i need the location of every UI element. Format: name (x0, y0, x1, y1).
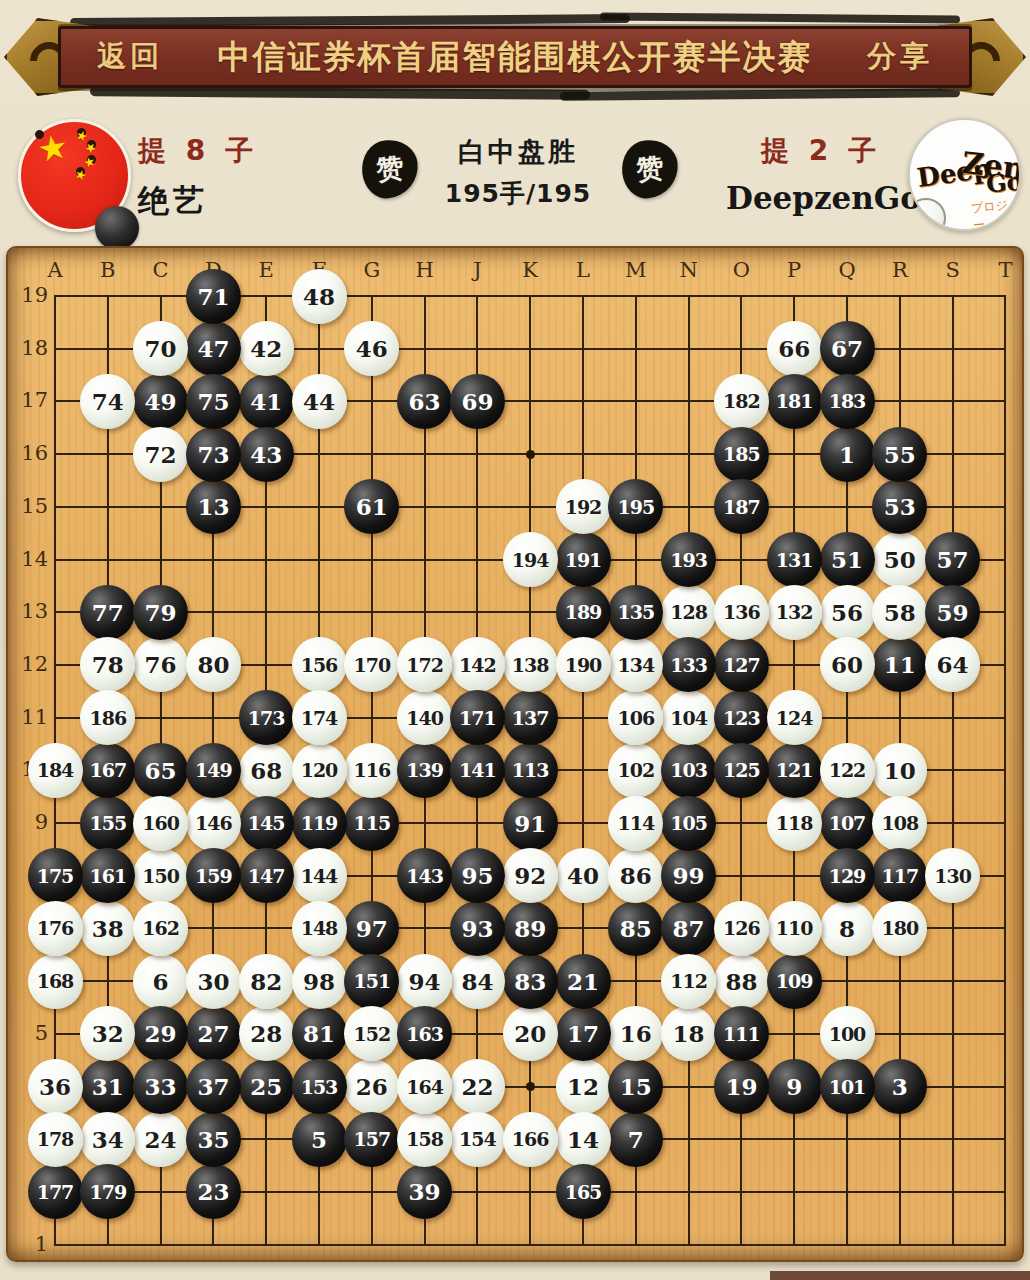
col-label: C (147, 258, 175, 282)
go-stone: 39 (397, 1164, 452, 1219)
white-player-info: 提 2 子 DeepzenGo (726, 132, 916, 216)
move-number: 69 (461, 388, 493, 415)
go-stone: 184 (28, 743, 83, 798)
go-stone: 84 (450, 954, 505, 1009)
move-number: 192 (565, 496, 602, 518)
move-number: 127 (723, 654, 760, 676)
go-stone: 17 (556, 1006, 611, 1061)
banner-bar: 返回 中信证券杯首届智能围棋公开赛半决赛 分享 (58, 26, 972, 88)
move-number: 179 (89, 1181, 126, 1203)
go-stone: 179 (80, 1164, 135, 1219)
go-stone: 106 (608, 690, 663, 745)
go-stone: 61 (344, 479, 399, 534)
go-stone: 114 (608, 796, 663, 851)
go-stone: 93 (450, 901, 505, 956)
move-number: 12 (567, 1073, 599, 1100)
move-number: 108 (881, 812, 918, 834)
move-number: 82 (250, 968, 282, 995)
go-stone: 33 (133, 1059, 188, 1114)
go-stone: 66 (767, 321, 822, 376)
go-stone: 190 (556, 637, 611, 692)
move-number: 122 (829, 759, 866, 781)
go-stone: 73 (186, 427, 241, 482)
move-number: 173 (248, 707, 285, 729)
go-stone: 183 (820, 374, 875, 429)
row-label: 16 (12, 441, 48, 465)
move-number: 103 (670, 759, 707, 781)
move-number: 72 (145, 441, 177, 468)
move-number: 36 (39, 1073, 71, 1100)
go-stone: 89 (503, 901, 558, 956)
row-label: 18 (12, 336, 48, 360)
go-stone: 139 (397, 743, 452, 798)
move-number: 17 (567, 1020, 599, 1047)
go-stone: 137 (503, 690, 558, 745)
go-stone: 175 (28, 848, 83, 903)
go-stone: 101 (820, 1059, 875, 1114)
move-number: 172 (406, 654, 443, 676)
move-number: 100 (829, 1023, 866, 1045)
move-number: 155 (89, 812, 126, 834)
go-stone: 87 (661, 901, 716, 956)
go-stone: 28 (239, 1006, 294, 1061)
go-stone: 122 (820, 743, 875, 798)
move-number: 21 (567, 968, 599, 995)
move-number: 91 (514, 810, 546, 837)
move-number: 3 (892, 1073, 908, 1100)
move-number: 67 (831, 335, 863, 362)
go-stone: 88 (714, 954, 769, 1009)
move-number: 74 (92, 388, 124, 415)
move-number: 154 (459, 1128, 496, 1150)
move-number: 1 (839, 441, 855, 468)
go-stone: 49 (133, 374, 188, 429)
go-stone: 48 (292, 269, 347, 324)
move-number: 33 (145, 1073, 177, 1100)
move-number: 178 (37, 1128, 74, 1150)
go-stone: 193 (661, 532, 716, 587)
go-stone: 40 (556, 848, 611, 903)
go-stone: 148 (292, 901, 347, 956)
move-number: 110 (776, 917, 813, 939)
move-number: 44 (303, 388, 335, 415)
go-stone: 119 (292, 796, 347, 851)
go-stone: 104 (661, 690, 716, 745)
go-stone: 130 (925, 848, 980, 903)
go-stone: 112 (661, 954, 716, 1009)
go-stone: 189 (556, 585, 611, 640)
go-stone: 18 (661, 1006, 716, 1061)
go-stone: 102 (608, 743, 663, 798)
white-player-name: DeepzenGo (726, 180, 916, 216)
black-player-name: 绝艺 (138, 180, 258, 222)
go-stone: 34 (80, 1112, 135, 1167)
go-stone: 22 (450, 1059, 505, 1114)
go-stone: 97 (344, 901, 399, 956)
col-label: E (252, 258, 280, 282)
move-number: 20 (514, 1020, 546, 1047)
go-board[interactable]: ABCDEFGHJKLMNOPQRST191817161514131211109… (6, 246, 1024, 1262)
move-number: 181 (776, 390, 813, 412)
go-stone: 71 (186, 269, 241, 324)
grid-vline (1004, 295, 1006, 1246)
flag-star-icon: ★ (75, 166, 87, 178)
go-stone: 113 (503, 743, 558, 798)
move-number: 34 (92, 1126, 124, 1153)
go-stone: 129 (820, 848, 875, 903)
go-stone: 107 (820, 796, 875, 851)
move-number: 146 (195, 812, 232, 834)
move-number: 94 (409, 968, 441, 995)
go-stone: 157 (344, 1112, 399, 1167)
move-number: 124 (776, 707, 813, 729)
move-number: 23 (197, 1178, 229, 1205)
go-stone: 60 (820, 637, 875, 692)
move-number: 5 (311, 1126, 327, 1153)
move-number: 176 (37, 917, 74, 939)
move-number: 77 (92, 599, 124, 626)
go-stone: 56 (820, 585, 875, 640)
black-player-avatar-china-flag[interactable]: ★ ★ ★ ★ ★ (18, 119, 131, 232)
grid-vline (952, 295, 954, 1246)
move-number: 63 (409, 388, 441, 415)
move-number: 150 (142, 865, 179, 887)
move-number: 61 (356, 493, 388, 520)
move-number: 163 (406, 1023, 443, 1045)
move-number: 24 (145, 1126, 177, 1153)
title-banner: 返回 中信证券杯首届智能围棋公开赛半决赛 分享 (0, 0, 1030, 112)
col-label: H (411, 258, 439, 282)
move-number: 79 (145, 599, 177, 626)
go-stone: 32 (80, 1006, 135, 1061)
go-stone: 80 (186, 637, 241, 692)
go-stone: 74 (80, 374, 135, 429)
go-stone: 138 (503, 637, 558, 692)
move-number: 89 (514, 915, 546, 942)
go-stone: 46 (344, 321, 399, 376)
move-number: 147 (248, 865, 285, 887)
go-stone: 177 (28, 1164, 83, 1219)
move-number: 102 (617, 759, 654, 781)
bottom-partial-banner (770, 1271, 1030, 1280)
move-number: 106 (617, 707, 654, 729)
move-number: 81 (303, 1020, 335, 1047)
move-number: 129 (829, 865, 866, 887)
go-stone: 95 (450, 848, 505, 903)
go-stone: 7 (608, 1112, 663, 1167)
move-number: 99 (673, 862, 705, 889)
result-text: 白中盘胜 (420, 134, 616, 170)
go-stone: 1 (820, 427, 875, 482)
go-stone: 11 (872, 637, 927, 692)
move-number: 112 (670, 970, 707, 992)
move-number: 189 (565, 601, 602, 623)
move-number: 85 (620, 915, 652, 942)
go-stone: 182 (714, 374, 769, 429)
result-panel: 白中盘胜 195手/195 (420, 134, 616, 210)
go-stone: 36 (28, 1059, 83, 1114)
go-stone: 187 (714, 479, 769, 534)
move-number: 53 (884, 493, 916, 520)
go-stone: 126 (714, 901, 769, 956)
go-stone: 116 (344, 743, 399, 798)
go-stone: 156 (292, 637, 347, 692)
like-stamp-glyph: 赞 (635, 150, 666, 189)
move-number: 55 (884, 441, 916, 468)
move-number: 152 (353, 1023, 390, 1045)
go-stone: 10 (872, 743, 927, 798)
go-stone: 136 (714, 585, 769, 640)
move-number: 138 (512, 654, 549, 676)
move-number: 47 (197, 335, 229, 362)
move-number: 60 (831, 651, 863, 678)
move-number: 101 (829, 1076, 866, 1098)
go-stone: 155 (80, 796, 135, 851)
move-number: 14 (567, 1126, 599, 1153)
move-number: 87 (673, 915, 705, 942)
col-label: B (94, 258, 122, 282)
go-stone: 158 (397, 1112, 452, 1167)
move-number: 18 (673, 1020, 705, 1047)
black-captures-label: 提 8 子 (138, 132, 258, 170)
go-stone: 43 (239, 427, 294, 482)
go-stone: 81 (292, 1006, 347, 1061)
col-label: A (41, 258, 69, 282)
go-stone: 94 (397, 954, 452, 1009)
move-counter: 195手/195 (420, 177, 616, 210)
row-label: 9 (12, 810, 48, 834)
go-stone: 15 (608, 1059, 663, 1114)
go-stone: 63 (397, 374, 452, 429)
go-stone: 154 (450, 1112, 505, 1167)
move-number: 95 (461, 862, 493, 889)
go-stone: 149 (186, 743, 241, 798)
move-number: 84 (461, 968, 493, 995)
go-stone: 160 (133, 796, 188, 851)
move-number: 58 (884, 599, 916, 626)
move-number: 195 (617, 496, 654, 518)
go-stone: 127 (714, 637, 769, 692)
move-number: 134 (617, 654, 654, 676)
move-number: 144 (301, 865, 338, 887)
row-label: 5 (12, 1021, 48, 1045)
move-number: 65 (145, 757, 177, 784)
go-stone: 150 (133, 848, 188, 903)
move-number: 6 (153, 968, 169, 995)
move-number: 13 (197, 493, 229, 520)
white-player-avatar-deepzengo-logo[interactable]: Deep Zen Go プロジー (908, 118, 1021, 231)
go-stone: 50 (872, 532, 927, 587)
grid-hline (54, 1244, 1006, 1246)
go-stone: 195 (608, 479, 663, 534)
go-stone: 77 (80, 585, 135, 640)
go-stone: 5 (292, 1112, 347, 1167)
go-stone: 69 (450, 374, 505, 429)
move-number: 149 (195, 759, 232, 781)
flag-star-icon: ★ (34, 129, 44, 139)
move-number: 39 (409, 1178, 441, 1205)
move-number: 186 (89, 707, 126, 729)
go-stone: 133 (661, 637, 716, 692)
move-number: 145 (248, 812, 285, 834)
go-stone: 6 (133, 954, 188, 1009)
move-number: 142 (459, 654, 496, 676)
move-number: 70 (145, 335, 177, 362)
go-stone: 85 (608, 901, 663, 956)
match-title: 中信证券杯首届智能围棋公开赛半决赛 (218, 35, 813, 80)
go-stone: 3 (872, 1059, 927, 1114)
black-player-info: 提 8 子 绝艺 (138, 132, 258, 222)
move-number: 56 (831, 599, 863, 626)
go-stone: 128 (661, 585, 716, 640)
move-number: 164 (406, 1076, 443, 1098)
move-number: 19 (725, 1073, 757, 1100)
go-stone: 42 (239, 321, 294, 376)
move-number: 37 (197, 1073, 229, 1100)
go-stone: 55 (872, 427, 927, 482)
go-stone: 24 (133, 1112, 188, 1167)
move-number: 160 (142, 812, 179, 834)
go-stone: 76 (133, 637, 188, 692)
move-number: 29 (145, 1020, 177, 1047)
go-stone: 57 (925, 532, 980, 587)
row-label: 19 (12, 283, 48, 307)
move-number: 168 (37, 970, 74, 992)
flag-star-icon: ★ (85, 138, 98, 151)
go-stone: 151 (344, 954, 399, 1009)
move-number: 71 (197, 283, 229, 310)
move-number: 30 (197, 968, 229, 995)
move-number: 153 (301, 1076, 338, 1098)
move-number: 121 (776, 759, 813, 781)
go-stone: 161 (80, 848, 135, 903)
go-stone: 38 (80, 901, 135, 956)
go-stone: 51 (820, 532, 875, 587)
move-number: 43 (250, 441, 282, 468)
go-stone: 159 (186, 848, 241, 903)
go-stone: 115 (344, 796, 399, 851)
move-number: 131 (776, 549, 813, 571)
go-stone: 146 (186, 796, 241, 851)
share-button[interactable]: 分享 (867, 37, 933, 77)
players-bar: ★ ★ ★ ★ ★ 提 8 子 绝艺 赞 白中盘胜 195手/195 赞 提 2… (0, 112, 1030, 244)
move-number: 187 (723, 496, 760, 518)
move-number: 140 (406, 707, 443, 729)
go-stone: 16 (608, 1006, 663, 1061)
go-stone: 103 (661, 743, 716, 798)
move-number: 139 (406, 759, 443, 781)
flag-star-icon: ★ (76, 127, 87, 138)
col-label: S (939, 258, 967, 282)
move-number: 114 (617, 812, 654, 834)
go-stone: 83 (503, 954, 558, 1009)
move-number: 15 (620, 1073, 652, 1100)
go-stone: 163 (397, 1006, 452, 1061)
move-number: 116 (353, 759, 390, 781)
go-stone: 35 (186, 1112, 241, 1167)
go-stone: 8 (820, 901, 875, 956)
go-stone: 134 (608, 637, 663, 692)
move-number: 115 (353, 812, 390, 834)
move-number: 162 (142, 917, 179, 939)
go-stone: 124 (767, 690, 822, 745)
white-captures-label: 提 2 子 (726, 132, 916, 170)
move-number: 170 (353, 654, 390, 676)
ink-stroke (600, 12, 960, 23)
row-label: 12 (12, 652, 48, 676)
go-stone: 168 (28, 954, 83, 1009)
move-number: 167 (89, 759, 126, 781)
app-screen: 返回 中信证券杯首届智能围棋公开赛半决赛 分享 ★ ★ ★ ★ ★ 提 8 子 … (0, 0, 1030, 1280)
move-number: 107 (829, 812, 866, 834)
col-label: K (516, 258, 544, 282)
col-label: M (622, 258, 650, 282)
go-stone: 135 (608, 585, 663, 640)
go-stone: 131 (767, 532, 822, 587)
go-stone: 111 (714, 1006, 769, 1061)
go-stone: 142 (450, 637, 505, 692)
go-stone: 167 (80, 743, 135, 798)
like-stamp-white[interactable]: 赞 (619, 137, 681, 201)
star-point (526, 450, 535, 459)
move-number: 180 (881, 917, 918, 939)
move-number: 111 (723, 1023, 760, 1045)
black-stone-icon (95, 206, 139, 250)
go-stone: 180 (872, 901, 927, 956)
move-number: 158 (406, 1128, 443, 1150)
move-number: 148 (301, 917, 338, 939)
move-number: 42 (250, 335, 282, 362)
go-stone: 72 (133, 427, 188, 482)
move-number: 182 (723, 390, 760, 412)
go-stone: 109 (767, 954, 822, 1009)
move-number: 126 (723, 917, 760, 939)
like-stamp-glyph: 赞 (375, 150, 406, 189)
back-button[interactable]: 返回 (97, 37, 163, 77)
star-point (526, 1082, 535, 1091)
go-stone: 99 (661, 848, 716, 903)
move-number: 133 (670, 654, 707, 676)
go-stone: 178 (28, 1112, 83, 1167)
move-number: 86 (620, 862, 652, 889)
col-label: R (886, 258, 914, 282)
col-label: T (991, 258, 1019, 282)
go-stone: 141 (450, 743, 505, 798)
move-number: 159 (195, 865, 232, 887)
go-stone: 25 (239, 1059, 294, 1114)
move-number: 151 (353, 970, 390, 992)
go-stone: 118 (767, 796, 822, 851)
move-number: 161 (89, 865, 126, 887)
go-stone: 9 (767, 1059, 822, 1114)
move-number: 157 (353, 1128, 390, 1150)
move-number: 59 (937, 599, 969, 626)
go-stone: 194 (503, 532, 558, 587)
go-stone: 44 (292, 374, 347, 429)
flag-star-icon: ★ (85, 153, 98, 166)
move-number: 50 (884, 546, 916, 573)
col-label: G (358, 258, 386, 282)
go-stone: 12 (556, 1059, 611, 1114)
go-stone: 37 (186, 1059, 241, 1114)
move-number: 113 (512, 759, 549, 781)
like-stamp-black[interactable]: 赞 (359, 137, 421, 201)
go-stone: 143 (397, 848, 452, 903)
col-label: P (780, 258, 808, 282)
move-number: 88 (725, 968, 757, 995)
row-label: 1 (12, 1232, 48, 1256)
move-number: 109 (776, 970, 813, 992)
